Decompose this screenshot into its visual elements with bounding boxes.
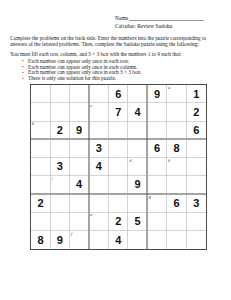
- cell-r7c3: [70, 194, 89, 212]
- given-digit: 7: [115, 107, 121, 118]
- cell-r3c9: 6: [187, 121, 206, 139]
- problem-letter: h: [168, 158, 170, 163]
- cell-r6c4: [89, 176, 108, 194]
- cell-r9c4: [89, 231, 108, 249]
- cell-r8c1: [31, 213, 50, 231]
- given-digit: 2: [37, 198, 43, 209]
- problem-letter: f: [71, 231, 72, 236]
- cell-r5c3: [70, 158, 89, 176]
- cell-r3c4: [89, 121, 108, 139]
- cell-r9c5: 4: [109, 231, 128, 249]
- cell-r3c8: [167, 121, 186, 139]
- given-digit: 2: [57, 125, 63, 136]
- cell-r2c5: 7: [109, 103, 128, 121]
- cell-r6c9: [187, 176, 206, 194]
- cell-r3c2: 2: [50, 121, 69, 139]
- cell-r5c8: h: [167, 158, 186, 176]
- cell-r6c1: [31, 176, 50, 194]
- given-digit: 4: [115, 234, 121, 245]
- cell-r6c7: [148, 176, 167, 194]
- cell-r1c4: [89, 85, 108, 103]
- given-digit: 2: [193, 107, 199, 118]
- cell-r8c9: [187, 213, 206, 231]
- given-digit: 9: [76, 125, 82, 136]
- cell-r2c8: [167, 103, 186, 121]
- given-digit: 3: [96, 143, 102, 154]
- cell-r7c9: 3: [187, 194, 206, 212]
- cell-r7c1: 2: [31, 194, 50, 212]
- cell-r2c1: [31, 103, 50, 121]
- cell-r1c9: 1: [187, 85, 206, 103]
- cell-r5c7: [148, 158, 167, 176]
- cell-r1c7: 9: [148, 85, 167, 103]
- cell-r1c8: a: [167, 85, 186, 103]
- rule-item: • There is only one solution for this pu…: [22, 75, 222, 81]
- cell-r2c2: [50, 103, 69, 121]
- cell-r3c5: [109, 121, 128, 139]
- given-digit: 8: [174, 143, 180, 154]
- cell-r4c3: [70, 140, 89, 158]
- cell-r5c9: [187, 158, 206, 176]
- cell-r7c7: g: [148, 194, 167, 212]
- cell-r6c3: 4: [70, 176, 89, 194]
- cell-r9c9: [187, 231, 206, 249]
- cell-r8c8: [167, 213, 186, 231]
- cell-r1c2: [50, 85, 69, 103]
- rules-list: • Each number can appear only once in ea…: [22, 58, 222, 81]
- sudoku-board: 69a1c742b29636834dhi492g63e2589f4: [30, 84, 207, 250]
- given-digit: 4: [96, 161, 102, 172]
- cell-r1c3: [70, 85, 89, 103]
- problem-letter: a: [168, 85, 170, 90]
- cell-r4c1: [31, 140, 50, 158]
- cell-r9c2: 9: [50, 231, 69, 249]
- cell-r5c1: [31, 158, 50, 176]
- cell-r9c7: [148, 231, 167, 249]
- cell-r5c5: [109, 158, 128, 176]
- cell-r1c5: 6: [109, 85, 128, 103]
- cell-r6c6: 9: [128, 176, 147, 194]
- problem-letter: c: [90, 103, 92, 108]
- cell-r3c3: 9: [70, 121, 89, 139]
- cell-r5c4: 4: [89, 158, 108, 176]
- cell-r7c6: [128, 194, 147, 212]
- cell-r2c3: [70, 103, 89, 121]
- cell-r4c6: [128, 140, 147, 158]
- cell-r3c7: [148, 121, 167, 139]
- cell-r3c1: b: [31, 121, 50, 139]
- given-digit: 9: [134, 179, 140, 190]
- cell-r1c6: [128, 85, 147, 103]
- cell-r4c8: 8: [167, 140, 186, 158]
- cell-r7c8: 6: [167, 194, 186, 212]
- cell-r5c2: 3: [50, 158, 69, 176]
- problem-letter: i: [51, 176, 52, 181]
- rules-intro: You must fill each row, column, and 3 × …: [10, 52, 224, 58]
- cell-r4c9: [187, 140, 206, 158]
- problem-letter: b: [32, 121, 34, 126]
- cell-r8c3: [70, 213, 89, 231]
- cell-r4c4: 3: [89, 140, 108, 158]
- rule-text: There is only one solution for this puzz…: [28, 75, 116, 81]
- worksheet-page: Name Calculus: Review Sudoku Complete th…: [0, 0, 231, 300]
- cell-r4c5: [109, 140, 128, 158]
- cell-r7c2: [50, 194, 69, 212]
- given-digit: 6: [174, 198, 180, 209]
- cell-r3c6: [128, 121, 147, 139]
- name-blank-line: [129, 15, 204, 21]
- cell-r8c2: [50, 213, 69, 231]
- cell-r7c5: [109, 194, 128, 212]
- problem-letter: g: [149, 194, 151, 199]
- cell-r5c6: d: [128, 158, 147, 176]
- given-digit: 5: [134, 216, 140, 227]
- cell-r8c7: [148, 213, 167, 231]
- given-digit: 6: [193, 125, 199, 136]
- cell-r9c1: 8: [31, 231, 50, 249]
- page-title: Calculus: Review Sudoku: [115, 23, 172, 29]
- given-digit: 3: [193, 198, 199, 209]
- cell-r9c6: [128, 231, 147, 249]
- given-digit: 6: [115, 88, 121, 99]
- problem-letter: d: [129, 158, 131, 163]
- cell-r4c7: 6: [148, 140, 167, 158]
- cell-r9c8: [167, 231, 186, 249]
- name-label: Name: [115, 15, 128, 21]
- cell-r2c9: 2: [187, 103, 206, 121]
- cell-r7c4: [89, 194, 108, 212]
- given-digit: 9: [154, 88, 160, 99]
- cell-r8c6: 5: [128, 213, 147, 231]
- name-field: Name: [115, 15, 204, 21]
- given-digit: 4: [76, 179, 82, 190]
- given-digit: 2: [115, 216, 121, 227]
- cell-r2c6: 4: [128, 103, 147, 121]
- cell-r9c3: f: [70, 231, 89, 249]
- cell-r6c5: [109, 176, 128, 194]
- cell-r2c4: c: [89, 103, 108, 121]
- cell-r1c1: [31, 85, 50, 103]
- intro-paragraph: Complete the problems on the back side. …: [10, 35, 224, 48]
- given-digit: 1: [193, 88, 199, 99]
- cell-r8c4: e: [89, 213, 108, 231]
- cell-r4c2: [50, 140, 69, 158]
- cell-r6c2: i: [50, 176, 69, 194]
- problem-letter: e: [90, 213, 92, 218]
- given-digit: 9: [57, 234, 63, 245]
- given-digit: 8: [37, 234, 43, 245]
- given-digit: 4: [134, 107, 140, 118]
- cell-r6c8: [167, 176, 186, 194]
- cell-r8c5: 2: [109, 213, 128, 231]
- given-digit: 6: [154, 143, 160, 154]
- cell-r2c7: [148, 103, 167, 121]
- given-digit: 3: [57, 161, 63, 172]
